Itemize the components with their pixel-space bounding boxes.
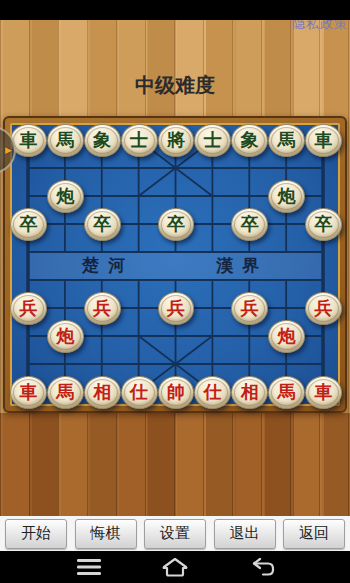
piece-glyph: 兵 [93,299,111,317]
board-point[interactable]: 卒 [84,210,121,238]
board-point[interactable]: 馬 [47,378,84,406]
piece-red[interactable]: 相 [231,376,268,409]
piece-glyph: 士 [204,131,222,149]
board-point[interactable] [10,266,47,294]
board-point[interactable] [305,182,342,210]
board-point[interactable] [121,154,158,182]
board-point[interactable] [47,154,84,182]
piece-glyph: 卒 [314,215,332,233]
board-point[interactable] [158,322,195,350]
piece-glyph: 卒 [167,215,185,233]
board-point[interactable] [305,154,342,182]
board-grid: 車馬象士將士象馬車炮炮卒卒卒卒卒兵兵兵兵兵炮炮車馬相仕帥仕相馬車 [10,126,342,406]
piece-red[interactable]: 相 [84,376,121,409]
piece-black[interactable]: 卒 [305,208,342,241]
settings-button[interactable]: 设置 [144,519,206,549]
back-icon[interactable] [249,555,277,579]
piece-glyph: 卒 [241,215,259,233]
board-point[interactable] [194,182,231,210]
piece-red[interactable]: 兵 [231,292,268,325]
board-point[interactable]: 炮 [268,322,305,350]
page-title: 中级难度 [0,72,350,99]
board-point[interactable]: 帥 [158,378,195,406]
piece-red[interactable]: 仕 [121,376,158,409]
piece-red[interactable]: 兵 [158,292,195,325]
undo-button[interactable]: 悔棋 [75,519,137,549]
board-point[interactable] [121,350,158,378]
app-screen: 隐私政策 中级难度 ▶ 楚河 漢界 車馬象士將士象馬車炮炮卒卒卒卒卒兵兵兵兵兵炮… [0,0,350,583]
board-point[interactable]: 車 [305,126,342,154]
board-point[interactable] [121,182,158,210]
board-point[interactable] [10,350,47,378]
piece-glyph: 車 [314,383,332,401]
board-point[interactable] [268,238,305,266]
bottom-toolbar: 开始 悔棋 设置 退出 返回 [0,516,350,551]
piece-glyph: 將 [167,131,185,149]
board-point[interactable] [84,154,121,182]
board-point[interactable]: 卒 [231,210,268,238]
board-point[interactable] [194,266,231,294]
board-point[interactable] [194,294,231,322]
piece-black[interactable]: 馬 [47,124,84,157]
board-point[interactable]: 兵 [305,294,342,322]
board-point[interactable] [158,350,195,378]
board-point[interactable] [194,154,231,182]
piece-black[interactable]: 卒 [84,208,121,241]
board-point[interactable] [47,266,84,294]
piece-glyph: 仕 [130,383,148,401]
board-point[interactable]: 馬 [268,378,305,406]
piece-black[interactable]: 象 [231,124,268,157]
board-point[interactable]: 馬 [268,126,305,154]
piece-glyph: 士 [130,131,148,149]
board-point[interactable] [194,238,231,266]
board-point[interactable] [47,238,84,266]
piece-glyph: 相 [93,383,111,401]
board-point[interactable] [10,322,47,350]
piece-black[interactable]: 馬 [268,124,305,157]
piece-glyph: 象 [241,131,259,149]
menu-icon[interactable] [75,555,103,579]
piece-black[interactable]: 車 [305,124,342,157]
exit-button[interactable]: 退出 [214,519,276,549]
board-point[interactable] [231,238,268,266]
board-point[interactable] [194,210,231,238]
piece-glyph: 兵 [19,299,37,317]
piece-black[interactable]: 炮 [268,180,305,213]
piece-glyph: 馬 [278,131,296,149]
board-point[interactable]: 相 [231,378,268,406]
board-point[interactable]: 象 [231,126,268,154]
board-point[interactable] [121,238,158,266]
piece-glyph: 馬 [56,383,74,401]
piece-black[interactable]: 卒 [231,208,268,241]
xiangqi-board: 楚河 漢界 車馬象士將士象馬車炮炮卒卒卒卒卒兵兵兵兵兵炮炮車馬相仕帥仕相馬車 [3,116,347,413]
board-point[interactable]: 車 [305,378,342,406]
piece-glyph: 馬 [278,383,296,401]
piece-red[interactable]: 車 [305,376,342,409]
piece-red[interactable]: 兵 [305,292,342,325]
board-point[interactable]: 相 [84,378,121,406]
piece-black[interactable]: 士 [194,124,231,157]
piece-glyph: 卒 [19,215,37,233]
board-point[interactable]: 將 [158,126,195,154]
wood-background-lower [0,413,350,516]
board-point[interactable] [10,154,47,182]
board-point[interactable]: 車 [10,378,47,406]
piece-red[interactable]: 炮 [268,320,305,353]
piece-red[interactable]: 炮 [47,320,84,353]
piece-glyph: 炮 [56,187,74,205]
board-point[interactable] [158,266,195,294]
board-point[interactable] [158,238,195,266]
board-point[interactable]: 象 [84,126,121,154]
chevron-right-icon: ▶ [5,145,12,155]
board-point[interactable] [158,154,195,182]
board-point[interactable] [47,210,84,238]
piece-glyph: 車 [314,131,332,149]
board-point[interactable] [158,182,195,210]
board-point[interactable] [84,238,121,266]
board-point[interactable] [231,322,268,350]
board-point[interactable]: 卒 [305,210,342,238]
board-point[interactable] [194,350,231,378]
board-point[interactable] [268,210,305,238]
board-point[interactable] [84,266,121,294]
piece-glyph: 相 [241,383,259,401]
piece-glyph: 兵 [241,299,259,317]
home-icon[interactable] [161,555,189,579]
board-point[interactable]: 卒 [158,210,195,238]
piece-black[interactable]: 卒 [10,208,47,241]
board-point[interactable] [231,182,268,210]
piece-red[interactable]: 馬 [47,376,84,409]
piece-glyph: 帥 [167,383,185,401]
board-point[interactable]: 士 [194,126,231,154]
board-point[interactable] [305,266,342,294]
board-point[interactable]: 兵 [158,294,195,322]
piece-black[interactable]: 象 [84,124,121,157]
piece-glyph: 象 [93,131,111,149]
board-point[interactable] [84,350,121,378]
board-point[interactable] [231,154,268,182]
board-point[interactable] [268,266,305,294]
piece-glyph: 馬 [56,131,74,149]
board-field: 楚河 漢界 車馬象士將士象馬車炮炮卒卒卒卒卒兵兵兵兵兵炮炮車馬相仕帥仕相馬車 [10,123,340,406]
board-point[interactable] [305,350,342,378]
piece-red[interactable]: 仕 [194,376,231,409]
piece-glyph: 炮 [278,327,296,345]
board-point[interactable]: 兵 [231,294,268,322]
piece-glyph: 兵 [314,299,332,317]
piece-red[interactable]: 馬 [268,376,305,409]
piece-red[interactable]: 車 [10,376,47,409]
board-point[interactable]: 炮 [268,182,305,210]
board-point[interactable] [194,322,231,350]
return-button[interactable]: 返回 [283,519,345,549]
board-point[interactable] [121,322,158,350]
piece-red[interactable]: 帥 [158,376,195,409]
board-point[interactable] [268,154,305,182]
start-button[interactable]: 开始 [5,519,67,549]
board-point[interactable]: 仕 [121,378,158,406]
board-point[interactable] [10,182,47,210]
piece-glyph: 車 [19,383,37,401]
board-point[interactable] [84,182,121,210]
board-point[interactable]: 兵 [84,294,121,322]
piece-glyph: 車 [19,131,37,149]
board-point[interactable]: 卒 [10,210,47,238]
board-point[interactable] [268,350,305,378]
android-nav-bar [0,551,350,583]
piece-black[interactable]: 士 [121,124,158,157]
board-point[interactable]: 仕 [194,378,231,406]
board-point[interactable] [268,294,305,322]
board-point[interactable]: 炮 [47,322,84,350]
piece-glyph: 兵 [167,299,185,317]
piece-glyph: 仕 [204,383,222,401]
piece-black[interactable]: 卒 [158,208,195,241]
board-point[interactable] [305,238,342,266]
board-point[interactable] [231,266,268,294]
board-point[interactable]: 炮 [47,182,84,210]
board-point[interactable] [84,322,121,350]
board-point[interactable] [305,322,342,350]
piece-black[interactable]: 將 [158,124,195,157]
piece-glyph: 炮 [278,187,296,205]
board-point[interactable] [231,350,268,378]
board-point[interactable]: 馬 [47,126,84,154]
board-point[interactable] [121,210,158,238]
board-point[interactable] [47,350,84,378]
piece-glyph: 炮 [56,327,74,345]
piece-glyph: 卒 [93,215,111,233]
board-point[interactable] [47,294,84,322]
piece-red[interactable]: 兵 [10,292,47,325]
board-point[interactable] [121,266,158,294]
piece-red[interactable]: 兵 [84,292,121,325]
board-point[interactable]: 士 [121,126,158,154]
board-point[interactable] [121,294,158,322]
status-bar [0,0,350,20]
board-point[interactable]: 兵 [10,294,47,322]
piece-black[interactable]: 炮 [47,180,84,213]
board-point[interactable] [10,238,47,266]
